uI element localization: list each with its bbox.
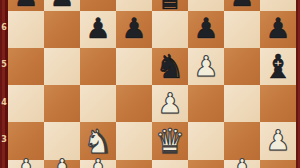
square-b5[interactable] <box>44 48 80 85</box>
square-g2[interactable]: ♟ <box>224 160 260 168</box>
square-c7[interactable] <box>80 0 116 11</box>
board-right-border <box>296 0 300 168</box>
piece-white-pawn-f5[interactable]: ♟ <box>193 53 218 81</box>
square-g5[interactable] <box>224 48 260 85</box>
square-f2[interactable] <box>188 160 224 168</box>
rank-label-3: 3 <box>0 136 8 144</box>
square-h2[interactable] <box>260 160 296 168</box>
rank-label-4: 4 <box>0 99 8 107</box>
square-b4[interactable] <box>44 85 80 122</box>
square-e6[interactable] <box>152 11 188 48</box>
square-a2[interactable]: ♟ <box>8 160 44 168</box>
square-e4[interactable]: ♟ <box>152 85 188 122</box>
square-f5[interactable]: ♟ <box>188 48 224 85</box>
square-h3[interactable]: ♟ <box>260 122 296 159</box>
square-c5[interactable] <box>80 48 116 85</box>
board-grid: ♟♟♛♟♟♟♟♟♞♟♝♟♞♛♟♟♟♟♟ <box>8 0 296 168</box>
square-f7[interactable] <box>188 0 224 11</box>
square-f6[interactable]: ♟ <box>188 11 224 48</box>
piece-white-pawn-g2[interactable]: ♟ <box>229 156 254 168</box>
piece-black-pawn-g7[interactable]: ♟ <box>229 0 254 11</box>
piece-white-queen-e3[interactable]: ♛ <box>155 124 185 158</box>
rank-label-5: 5 <box>0 61 8 69</box>
square-g6[interactable] <box>224 11 260 48</box>
square-h5[interactable]: ♝ <box>260 48 296 85</box>
square-c2[interactable]: ♟ <box>80 160 116 168</box>
piece-white-pawn-e4[interactable]: ♟ <box>157 90 182 118</box>
square-e7[interactable]: ♛ <box>152 0 188 11</box>
square-d2[interactable] <box>116 160 152 168</box>
piece-black-pawn-h6[interactable]: ♟ <box>265 15 290 43</box>
square-f4[interactable] <box>188 85 224 122</box>
square-d4[interactable] <box>116 85 152 122</box>
piece-white-pawn-a2[interactable]: ♟ <box>13 156 38 168</box>
piece-black-knight-e5[interactable]: ♞ <box>155 50 185 83</box>
square-c4[interactable] <box>80 85 116 122</box>
square-c6[interactable]: ♟ <box>80 11 116 48</box>
piece-white-pawn-b2[interactable]: ♟ <box>49 156 74 168</box>
piece-black-bishop-h5[interactable]: ♝ <box>263 50 293 83</box>
square-g7[interactable]: ♟ <box>224 0 260 11</box>
square-a4[interactable] <box>8 85 44 122</box>
rank-label-6: 6 <box>0 24 8 32</box>
square-a5[interactable] <box>8 48 44 85</box>
piece-black-pawn-c6[interactable]: ♟ <box>85 15 110 43</box>
piece-white-pawn-h3[interactable]: ♟ <box>265 127 290 155</box>
square-a7[interactable]: ♟ <box>8 0 44 11</box>
piece-white-pawn-c2[interactable]: ♟ <box>85 156 110 168</box>
piece-black-pawn-d6[interactable]: ♟ <box>121 15 146 43</box>
square-g4[interactable] <box>224 85 260 122</box>
square-b2[interactable]: ♟ <box>44 160 80 168</box>
square-d6[interactable]: ♟ <box>116 11 152 48</box>
square-e5[interactable]: ♞ <box>152 48 188 85</box>
square-d7[interactable] <box>116 0 152 11</box>
chess-diagram: ♟♟♛♟♟♟♟♟♞♟♝♟♞♛♟♟♟♟♟ 6 5 4 3 <box>0 0 300 168</box>
square-h4[interactable] <box>260 85 296 122</box>
square-d5[interactable] <box>116 48 152 85</box>
square-a6[interactable] <box>8 11 44 48</box>
square-d3[interactable] <box>116 122 152 159</box>
square-e2[interactable] <box>152 160 188 168</box>
square-h7[interactable] <box>260 0 296 11</box>
square-h6[interactable]: ♟ <box>260 11 296 48</box>
square-b6[interactable] <box>44 11 80 48</box>
piece-black-pawn-a7[interactable]: ♟ <box>13 0 38 11</box>
piece-black-pawn-b7[interactable]: ♟ <box>49 0 74 11</box>
square-e3[interactable]: ♛ <box>152 122 188 159</box>
square-f3[interactable] <box>188 122 224 159</box>
square-b7[interactable]: ♟ <box>44 0 80 11</box>
piece-black-pawn-f6[interactable]: ♟ <box>193 15 218 43</box>
